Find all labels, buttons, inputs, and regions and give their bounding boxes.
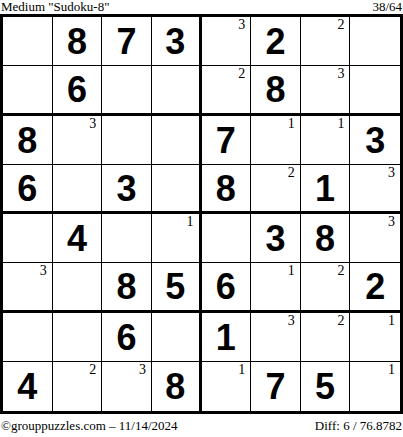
corner-mark: 1 [288,264,295,278]
progress-counter: 38/64 [372,0,402,14]
cell-r8c3[interactable]: 3 [102,362,152,411]
given-digit: 8 [216,169,236,207]
cell-r1c4[interactable]: 3 [152,17,202,66]
cell-r2c6[interactable]: 8 [251,66,301,115]
cell-r4c1[interactable]: 6 [3,165,53,214]
cell-r8c6[interactable]: 7 [251,362,301,411]
cell-r5c5[interactable] [202,214,252,263]
cell-r4c4[interactable] [152,165,202,214]
copyright-date: ©grouppuzzles.com – 11/14/2024 [1,417,178,434]
corner-mark: 1 [238,363,245,377]
cell-r8c2[interactable]: 2 [53,362,103,411]
corner-mark: 2 [238,67,245,81]
corner-mark: 3 [388,166,395,180]
given-digit: 6 [216,267,236,305]
cell-r7c3[interactable]: 6 [102,313,152,362]
given-digit: 8 [117,267,137,305]
given-digit: 7 [265,367,285,405]
cell-r7c8[interactable]: 1 [350,313,400,362]
cell-r4c7[interactable]: 1 [301,165,351,214]
cell-r7c6[interactable]: 3 [251,313,301,362]
cell-r4c3[interactable]: 3 [102,165,152,214]
cell-r4c6[interactable]: 2 [251,165,301,214]
cell-r6c2[interactable] [53,263,103,312]
cell-r5c4[interactable]: 1 [152,214,202,263]
given-digit: 1 [315,169,335,207]
cell-r8c4[interactable]: 8 [152,362,202,411]
corner-mark: 1 [337,117,344,131]
given-digit: 3 [117,169,137,207]
corner-mark: 2 [337,314,344,328]
cell-r2c2[interactable]: 6 [53,66,103,115]
given-digit: 2 [365,267,385,305]
given-digit: 8 [67,22,87,60]
given-digit: 4 [67,219,87,257]
cell-r2c7[interactable]: 3 [301,66,351,115]
given-digit: 6 [17,169,37,207]
corner-mark: 1 [288,117,295,131]
corner-mark: 3 [89,117,96,131]
corner-mark: 1 [187,215,194,229]
cell-r6c7[interactable]: 2 [301,263,351,312]
cell-r1c1[interactable] [3,17,53,66]
cell-r1c2[interactable]: 8 [53,17,103,66]
cell-r3c2[interactable]: 3 [53,116,103,165]
corner-mark: 3 [238,18,245,32]
cell-r2c3[interactable] [102,66,152,115]
cell-r1c8[interactable] [350,17,400,66]
cell-r6c5[interactable]: 6 [202,263,252,312]
cell-r2c8[interactable] [350,66,400,115]
cell-r3c5[interactable]: 7 [202,116,252,165]
cell-r6c8[interactable]: 2 [350,263,400,312]
footer: ©grouppuzzles.com – 11/14/2024 Diff: 6 /… [0,414,403,437]
cell-r3c8[interactable]: 3 [350,116,400,165]
cell-r6c1[interactable]: 3 [3,263,53,312]
given-digit: 3 [365,121,385,159]
corner-mark: 2 [288,166,295,180]
difficulty-rating: Diff: 6 / 76.8782 [315,417,402,434]
cell-r3c1[interactable]: 8 [3,116,53,165]
given-digit: 6 [117,318,137,356]
corner-mark: 3 [40,264,47,278]
cell-r7c5[interactable]: 1 [202,313,252,362]
given-digit: 5 [315,367,335,405]
corner-mark: 2 [89,363,96,377]
cell-r6c6[interactable]: 1 [251,263,301,312]
given-digit: 6 [67,70,87,108]
cell-r5c2[interactable]: 4 [53,214,103,263]
cell-r8c8[interactable]: 1 [350,362,400,411]
sudoku-board: 8733226283837113638213413833856122613214… [0,14,403,414]
cell-r8c7[interactable]: 5 [301,362,351,411]
corner-mark: 2 [337,18,344,32]
cell-r3c6[interactable]: 1 [251,116,301,165]
cell-r4c8[interactable]: 3 [350,165,400,214]
cell-r8c5[interactable]: 1 [202,362,252,411]
cell-r3c7[interactable]: 1 [301,116,351,165]
cell-r2c4[interactable] [152,66,202,115]
given-digit: 8 [165,367,185,405]
cell-r7c2[interactable] [53,313,103,362]
corner-mark: 3 [337,67,344,81]
cell-r1c5[interactable]: 3 [202,17,252,66]
corner-mark: 2 [337,264,344,278]
cell-r1c3[interactable]: 7 [102,17,152,66]
cell-r5c8[interactable]: 3 [350,214,400,263]
given-digit: 5 [165,267,185,305]
sudoku-page: Medium "Sudoku-8" 38/64 8733226283837113… [0,0,403,437]
corner-mark: 1 [388,314,395,328]
cell-r7c1[interactable] [3,313,53,362]
cell-r5c7[interactable]: 8 [301,214,351,263]
cell-r7c4[interactable] [152,313,202,362]
cell-r7c7[interactable]: 2 [301,313,351,362]
cell-r3c3[interactable] [102,116,152,165]
cell-r5c3[interactable] [102,214,152,263]
given-digit: 3 [265,219,285,257]
given-digit: 2 [265,22,285,60]
cell-r5c6[interactable]: 3 [251,214,301,263]
cell-r2c1[interactable] [3,66,53,115]
given-digit: 3 [165,22,185,60]
corner-mark: 3 [139,363,146,377]
given-digit: 4 [17,367,37,405]
cell-r3c4[interactable] [152,116,202,165]
header: Medium "Sudoku-8" 38/64 [0,0,403,14]
corner-mark: 1 [388,363,395,377]
cell-r5c1[interactable] [3,214,53,263]
given-digit: 8 [315,219,335,257]
cell-r1c6[interactable]: 2 [251,17,301,66]
given-digit: 8 [265,70,285,108]
puzzle-title: Medium "Sudoku-8" [1,0,109,14]
cell-r6c3[interactable]: 8 [102,263,152,312]
cell-r6c4[interactable]: 5 [152,263,202,312]
given-digit: 7 [216,121,236,159]
cell-r2c5[interactable]: 2 [202,66,252,115]
cell-r4c2[interactable] [53,165,103,214]
corner-mark: 3 [288,314,295,328]
given-digit: 1 [216,318,236,356]
given-digit: 8 [17,121,37,159]
given-digit: 7 [117,22,137,60]
corner-mark: 3 [388,215,395,229]
cell-r1c7[interactable]: 2 [301,17,351,66]
cell-r4c5[interactable]: 8 [202,165,252,214]
cell-r8c1[interactable]: 4 [3,362,53,411]
